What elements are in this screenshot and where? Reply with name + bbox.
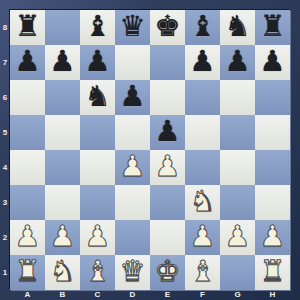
- square-h7[interactable]: ♟: [255, 45, 290, 80]
- square-c8[interactable]: ♝: [80, 10, 115, 45]
- rank-label-1: 1: [0, 255, 10, 290]
- square-b5[interactable]: [45, 115, 80, 150]
- square-a6[interactable]: [10, 80, 45, 115]
- square-d6[interactable]: ♟: [115, 80, 150, 115]
- rank-label-3: 3: [0, 185, 10, 220]
- piece-white-pawn[interactable]: ♟: [120, 150, 146, 184]
- piece-white-knight[interactable]: ♞: [50, 255, 76, 289]
- square-g2[interactable]: ♟: [220, 220, 255, 255]
- square-b8[interactable]: [45, 10, 80, 45]
- square-d4[interactable]: ♟: [115, 150, 150, 185]
- square-e6[interactable]: [150, 80, 185, 115]
- square-b4[interactable]: [45, 150, 80, 185]
- file-label-b: B: [45, 288, 80, 300]
- square-b3[interactable]: [45, 185, 80, 220]
- square-e3[interactable]: [150, 185, 185, 220]
- square-h5[interactable]: [255, 115, 290, 150]
- square-g7[interactable]: ♟: [220, 45, 255, 80]
- square-f8[interactable]: ♝: [185, 10, 220, 45]
- file-label-f: F: [185, 288, 220, 300]
- rank-label-5: 5: [0, 115, 10, 150]
- piece-black-pawn[interactable]: ♟: [50, 45, 76, 79]
- square-d2[interactable]: [115, 220, 150, 255]
- square-h2[interactable]: ♟: [255, 220, 290, 255]
- piece-black-pawn[interactable]: ♟: [120, 80, 146, 114]
- piece-black-rook[interactable]: ♜: [260, 10, 286, 44]
- file-label-c: C: [80, 288, 115, 300]
- piece-white-rook[interactable]: ♜: [15, 255, 41, 289]
- piece-white-pawn[interactable]: ♟: [15, 220, 41, 254]
- square-f3[interactable]: ♞: [185, 185, 220, 220]
- rank-label-2: 2: [0, 220, 10, 255]
- square-f5[interactable]: [185, 115, 220, 150]
- piece-white-bishop[interactable]: ♝: [190, 255, 216, 289]
- square-g4[interactable]: [220, 150, 255, 185]
- piece-black-pawn[interactable]: ♟: [260, 45, 286, 79]
- rank-label-8: 8: [0, 10, 10, 45]
- square-h8[interactable]: ♜: [255, 10, 290, 45]
- square-c1[interactable]: ♝: [80, 255, 115, 290]
- square-f1[interactable]: ♝: [185, 255, 220, 290]
- square-d8[interactable]: ♛: [115, 10, 150, 45]
- piece-white-pawn[interactable]: ♟: [50, 220, 76, 254]
- piece-black-pawn[interactable]: ♟: [15, 45, 41, 79]
- piece-black-bishop[interactable]: ♝: [190, 10, 216, 44]
- piece-white-knight[interactable]: ♞: [190, 185, 216, 219]
- square-e2[interactable]: [150, 220, 185, 255]
- square-a4[interactable]: [10, 150, 45, 185]
- square-d3[interactable]: [115, 185, 150, 220]
- piece-black-queen[interactable]: ♛: [120, 10, 146, 44]
- piece-black-king[interactable]: ♚: [155, 10, 181, 44]
- chess-board: ♜♝♛♚♝♞♜♟♟♟♟♟♟♞♟♟♟♟♞♟♟♟♟♟♟♜♞♝♛♚♝♜: [10, 10, 290, 290]
- piece-black-pawn[interactable]: ♟: [85, 45, 111, 79]
- square-d1[interactable]: ♛: [115, 255, 150, 290]
- rank-label-4: 4: [0, 150, 10, 185]
- square-a3[interactable]: [10, 185, 45, 220]
- piece-white-pawn[interactable]: ♟: [85, 220, 111, 254]
- square-f4[interactable]: [185, 150, 220, 185]
- piece-black-pawn[interactable]: ♟: [155, 115, 181, 149]
- square-c2[interactable]: ♟: [80, 220, 115, 255]
- square-a8[interactable]: ♜: [10, 10, 45, 45]
- file-label-d: D: [115, 288, 150, 300]
- piece-white-pawn[interactable]: ♟: [155, 150, 181, 184]
- square-c7[interactable]: ♟: [80, 45, 115, 80]
- file-labels: ABCDEFGH: [10, 288, 290, 300]
- square-g1[interactable]: [220, 255, 255, 290]
- square-b6[interactable]: [45, 80, 80, 115]
- piece-black-knight[interactable]: ♞: [85, 80, 111, 114]
- square-b7[interactable]: ♟: [45, 45, 80, 80]
- rank-label-7: 7: [0, 45, 10, 80]
- square-c3[interactable]: [80, 185, 115, 220]
- square-c4[interactable]: [80, 150, 115, 185]
- square-a5[interactable]: [10, 115, 45, 150]
- square-e7[interactable]: [150, 45, 185, 80]
- file-label-e: E: [150, 288, 185, 300]
- piece-white-king[interactable]: ♚: [155, 255, 181, 289]
- square-a2[interactable]: ♟: [10, 220, 45, 255]
- square-c6[interactable]: ♞: [80, 80, 115, 115]
- piece-black-pawn[interactable]: ♟: [225, 45, 251, 79]
- piece-black-bishop[interactable]: ♝: [85, 10, 111, 44]
- chess-board-frame: 87654321 ♜♝♛♚♝♞♜♟♟♟♟♟♟♞♟♟♟♟♞♟♟♟♟♟♟♜♞♝♛♚♝…: [0, 0, 300, 300]
- square-g8[interactable]: ♞: [220, 10, 255, 45]
- square-g5[interactable]: [220, 115, 255, 150]
- square-a7[interactable]: ♟: [10, 45, 45, 80]
- square-d7[interactable]: [115, 45, 150, 80]
- rank-label-6: 6: [0, 80, 10, 115]
- square-b2[interactable]: ♟: [45, 220, 80, 255]
- piece-white-pawn[interactable]: ♟: [225, 220, 251, 254]
- square-h4[interactable]: [255, 150, 290, 185]
- piece-white-pawn[interactable]: ♟: [190, 220, 216, 254]
- square-d5[interactable]: [115, 115, 150, 150]
- square-f6[interactable]: [185, 80, 220, 115]
- square-c5[interactable]: [80, 115, 115, 150]
- file-label-g: G: [220, 288, 255, 300]
- piece-black-knight[interactable]: ♞: [225, 10, 251, 44]
- square-h1[interactable]: ♜: [255, 255, 290, 290]
- piece-white-rook[interactable]: ♜: [260, 255, 286, 289]
- square-h3[interactable]: [255, 185, 290, 220]
- square-e5[interactable]: ♟: [150, 115, 185, 150]
- square-f2[interactable]: ♟: [185, 220, 220, 255]
- piece-black-rook[interactable]: ♜: [15, 10, 41, 44]
- square-b1[interactable]: ♞: [45, 255, 80, 290]
- piece-white-pawn[interactable]: ♟: [260, 220, 286, 254]
- piece-black-pawn[interactable]: ♟: [190, 45, 216, 79]
- square-g3[interactable]: [220, 185, 255, 220]
- square-f7[interactable]: ♟: [185, 45, 220, 80]
- square-a1[interactable]: ♜: [10, 255, 45, 290]
- piece-white-queen[interactable]: ♛: [120, 255, 146, 289]
- file-label-a: A: [10, 288, 45, 300]
- piece-white-bishop[interactable]: ♝: [85, 255, 111, 289]
- square-e8[interactable]: ♚: [150, 10, 185, 45]
- square-e4[interactable]: ♟: [150, 150, 185, 185]
- file-label-h: H: [255, 288, 290, 300]
- square-e1[interactable]: ♚: [150, 255, 185, 290]
- square-h6[interactable]: [255, 80, 290, 115]
- rank-labels: 87654321: [0, 10, 10, 290]
- square-g6[interactable]: [220, 80, 255, 115]
